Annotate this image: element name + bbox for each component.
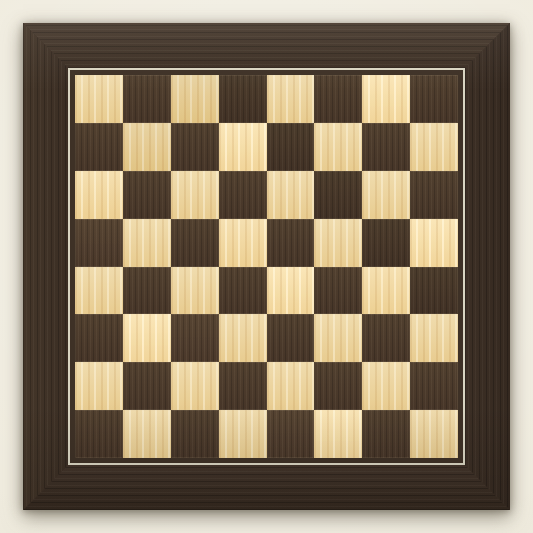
square-g2[interactable] [362,362,410,410]
square-c4[interactable] [171,267,219,315]
square-d3[interactable] [219,314,267,362]
square-b2[interactable] [123,362,171,410]
square-b3[interactable] [123,314,171,362]
square-a6[interactable] [75,171,123,219]
square-f1[interactable] [314,410,362,458]
square-h6[interactable] [410,171,458,219]
square-b4[interactable] [123,267,171,315]
square-g1[interactable] [362,410,410,458]
square-a8[interactable] [75,75,123,123]
square-b1[interactable] [123,410,171,458]
square-c8[interactable] [171,75,219,123]
square-a7[interactable] [75,123,123,171]
square-f3[interactable] [314,314,362,362]
square-e2[interactable] [267,362,315,410]
square-e8[interactable] [267,75,315,123]
square-d6[interactable] [219,171,267,219]
square-g4[interactable] [362,267,410,315]
square-h4[interactable] [410,267,458,315]
square-g6[interactable] [362,171,410,219]
square-f5[interactable] [314,219,362,267]
square-e7[interactable] [267,123,315,171]
square-a1[interactable] [75,410,123,458]
square-g7[interactable] [362,123,410,171]
square-b5[interactable] [123,219,171,267]
square-c2[interactable] [171,362,219,410]
square-c6[interactable] [171,171,219,219]
square-d5[interactable] [219,219,267,267]
square-e6[interactable] [267,171,315,219]
square-e5[interactable] [267,219,315,267]
square-h8[interactable] [410,75,458,123]
square-f6[interactable] [314,171,362,219]
board-frame-bottom-rail [23,465,510,510]
square-a2[interactable] [75,362,123,410]
square-a3[interactable] [75,314,123,362]
square-e1[interactable] [267,410,315,458]
square-h1[interactable] [410,410,458,458]
square-d7[interactable] [219,123,267,171]
square-c5[interactable] [171,219,219,267]
square-f8[interactable] [314,75,362,123]
square-h3[interactable] [410,314,458,362]
square-b6[interactable] [123,171,171,219]
square-f4[interactable] [314,267,362,315]
square-c7[interactable] [171,123,219,171]
square-g3[interactable] [362,314,410,362]
square-d2[interactable] [219,362,267,410]
square-e3[interactable] [267,314,315,362]
square-h5[interactable] [410,219,458,267]
chess-board [23,23,510,510]
square-b7[interactable] [123,123,171,171]
square-b8[interactable] [123,75,171,123]
board-frame-top-rail [23,23,510,68]
square-g8[interactable] [362,75,410,123]
square-c3[interactable] [171,314,219,362]
square-h2[interactable] [410,362,458,410]
square-d1[interactable] [219,410,267,458]
square-g5[interactable] [362,219,410,267]
square-a4[interactable] [75,267,123,315]
square-f2[interactable] [314,362,362,410]
square-c1[interactable] [171,410,219,458]
square-h7[interactable] [410,123,458,171]
square-d4[interactable] [219,267,267,315]
board-grid [75,75,458,458]
board-frame-left-rail [23,23,68,510]
square-f7[interactable] [314,123,362,171]
square-d8[interactable] [219,75,267,123]
board-frame-right-rail [465,23,510,510]
square-a5[interactable] [75,219,123,267]
photo-background [0,0,533,533]
inlay-line [68,68,465,465]
square-e4[interactable] [267,267,315,315]
